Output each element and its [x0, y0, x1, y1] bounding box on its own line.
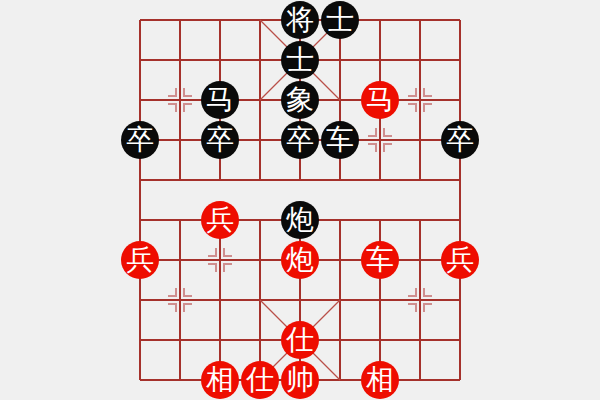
- point-marker-icon: [184, 288, 192, 296]
- point-marker-icon: [424, 104, 432, 112]
- piece-black-soldier[interactable]: 卒: [441, 121, 479, 159]
- point-marker-icon: [168, 288, 176, 296]
- piece-red-soldier[interactable]: 兵: [201, 201, 239, 239]
- point-marker-icon: [368, 144, 376, 152]
- piece-red-general[interactable]: 帅: [281, 361, 319, 399]
- point-marker-icon: [368, 128, 376, 136]
- piece-red-elephant[interactable]: 相: [201, 361, 239, 399]
- piece-red-cannon[interactable]: 炮: [281, 241, 319, 279]
- piece-black-advisor[interactable]: 士: [281, 41, 319, 79]
- point-marker-icon: [424, 288, 432, 296]
- piece-red-advisor[interactable]: 仕: [281, 321, 319, 359]
- point-marker-icon: [424, 88, 432, 96]
- piece-black-horse[interactable]: 马: [201, 81, 239, 119]
- piece-red-advisor[interactable]: 仕: [241, 361, 279, 399]
- piece-black-general[interactable]: 将: [281, 1, 319, 39]
- point-marker-icon: [168, 104, 176, 112]
- point-marker-icon: [184, 304, 192, 312]
- point-marker-icon: [384, 144, 392, 152]
- point-marker-icon: [224, 248, 232, 256]
- piece-black-advisor[interactable]: 士: [321, 1, 359, 39]
- point-marker-icon: [168, 304, 176, 312]
- piece-black-soldier[interactable]: 卒: [281, 121, 319, 159]
- point-marker-icon: [408, 104, 416, 112]
- point-marker-icon: [184, 88, 192, 96]
- point-marker-icon: [168, 88, 176, 96]
- point-marker-icon: [224, 264, 232, 272]
- piece-red-soldier[interactable]: 兵: [121, 241, 159, 279]
- point-marker-icon: [424, 304, 432, 312]
- piece-red-elephant[interactable]: 相: [361, 361, 399, 399]
- point-marker-icon: [208, 248, 216, 256]
- piece-black-elephant[interactable]: 象: [281, 81, 319, 119]
- point-marker-icon: [408, 88, 416, 96]
- point-marker-icon: [184, 104, 192, 112]
- piece-black-cannon[interactable]: 炮: [281, 201, 319, 239]
- xiangqi-app: 将士士马象马卒卒卒车卒兵炮兵炮车兵仕相仕帅相: [0, 0, 600, 400]
- piece-red-horse[interactable]: 马: [361, 81, 399, 119]
- point-marker-icon: [408, 288, 416, 296]
- piece-red-chariot[interactable]: 车: [361, 241, 399, 279]
- point-marker-icon: [208, 264, 216, 272]
- point-marker-icon: [408, 304, 416, 312]
- piece-black-chariot[interactable]: 车: [321, 121, 359, 159]
- piece-red-soldier[interactable]: 兵: [441, 241, 479, 279]
- piece-black-soldier[interactable]: 卒: [121, 121, 159, 159]
- piece-black-soldier[interactable]: 卒: [201, 121, 239, 159]
- point-marker-icon: [384, 128, 392, 136]
